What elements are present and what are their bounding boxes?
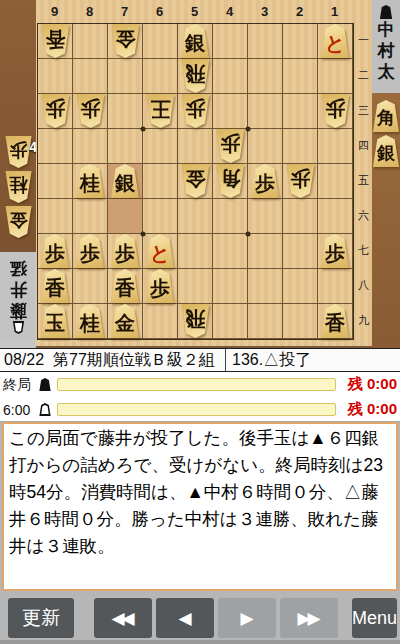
clock-label-sente: 終局 (3, 376, 39, 394)
square-12 (318, 59, 353, 94)
square-51: 銀 (178, 24, 213, 59)
shogi-piece-gote: 歩 (40, 94, 71, 128)
fast-forward-button[interactable]: ▶▶ (280, 598, 338, 638)
square-66 (143, 199, 178, 234)
shogi-piece-gote: 歩 (215, 129, 246, 163)
sente-name-char: 村 (378, 41, 395, 61)
gote-name-char: 藤 (10, 300, 27, 320)
square-75: 銀 (108, 164, 143, 199)
square-28 (283, 269, 318, 304)
shogi-piece-sente: 桂 (75, 164, 106, 198)
square-32 (248, 59, 283, 94)
square-96 (38, 199, 73, 234)
square-54 (178, 129, 213, 164)
square-79: 金 (108, 304, 143, 339)
square-85: 桂 (73, 164, 108, 199)
square-33 (248, 94, 283, 129)
white-piece-icon (39, 403, 51, 416)
shogi-piece-gote: 桂 (4, 171, 33, 203)
gote-name-char: 井 (10, 279, 27, 299)
rewind-button[interactable]: ◀◀ (94, 598, 152, 638)
gote-name-char: 猛 (10, 258, 27, 278)
info-divider (225, 349, 226, 371)
shogi-piece-sente: 香 (40, 269, 71, 303)
square-16 (318, 199, 353, 234)
sente-name-char: 太 (378, 62, 395, 82)
step-back-button[interactable]: ◀ (156, 598, 214, 638)
square-23 (283, 94, 318, 129)
square-68: 歩 (143, 269, 178, 304)
hand-piece-slot: 桂 (0, 171, 36, 203)
shogi-piece-sente: 歩 (40, 234, 71, 268)
square-89: 桂 (73, 304, 108, 339)
square-43 (213, 94, 248, 129)
square-25: 歩 (283, 164, 318, 199)
square-81 (73, 24, 108, 59)
square-87: 歩 (73, 234, 108, 269)
square-58 (178, 269, 213, 304)
square-64 (143, 129, 178, 164)
hand-piece-slot: 銀 (368, 135, 400, 167)
square-24 (283, 129, 318, 164)
square-37 (248, 234, 283, 269)
file-label: 4 (212, 0, 247, 24)
clock-row-gote: 6:00 残 0:00 (0, 397, 400, 422)
square-34 (248, 129, 283, 164)
gote-name-plate: 藤 井 猛 (0, 252, 36, 340)
square-84 (73, 129, 108, 164)
bottom-strip (0, 640, 400, 644)
hand-piece-slot: 金 (0, 206, 36, 238)
info-bar: 08/22 第77期順位戦Ｂ級２組 136.△投了 (0, 348, 400, 372)
black-piece-icon (380, 5, 393, 19)
square-99: 玉 (38, 304, 73, 339)
shogi-piece-gote: 飛 (180, 304, 211, 338)
square-11: と (318, 24, 353, 59)
menu-button[interactable]: Menu (352, 598, 397, 638)
gote-hand-tray: 歩4桂金 (0, 0, 36, 252)
file-label: 9 (37, 0, 72, 24)
square-41 (213, 24, 248, 59)
shogi-piece-sente: 歩 (75, 234, 106, 268)
rank-label: 九 (355, 313, 372, 328)
square-71: 金 (108, 24, 143, 59)
event-label: 第77期順位戦Ｂ級２組 (53, 350, 215, 371)
shogi-piece-sente: 歩 (145, 269, 176, 303)
shogi-piece-gote: 角 (215, 164, 246, 198)
shogi-piece-sente: 歩 (110, 234, 141, 268)
shogi-piece-gote: 飛 (180, 59, 211, 93)
square-61 (143, 24, 178, 59)
file-label: 6 (142, 0, 177, 24)
board-grid: 香金銀と飛歩歩王歩歩歩桂銀金角歩歩歩歩歩と歩香香歩玉桂金飛香 (37, 23, 354, 340)
white-piece-icon (12, 321, 24, 334)
clock-row-sente: 終局 残 0:00 (0, 372, 400, 397)
square-52: 飛 (178, 59, 213, 94)
rank-label: 七 (355, 243, 372, 258)
black-piece-icon (39, 378, 51, 391)
square-74 (108, 129, 143, 164)
square-39 (248, 304, 283, 339)
square-69 (143, 304, 178, 339)
shogi-piece-sente: 銀 (110, 164, 141, 198)
date-label: 08/22 (4, 351, 44, 369)
shogi-piece-sente: 角 (372, 100, 400, 132)
shogi-piece-gote: 王 (145, 94, 176, 128)
square-18 (318, 269, 353, 304)
square-14 (318, 129, 353, 164)
shogi-piece-gote: 金 (110, 24, 141, 58)
file-label: 2 (282, 0, 317, 24)
hand-piece-slot: 歩4 (0, 136, 36, 168)
square-17: 歩 (318, 234, 353, 269)
rank-label: 一 (355, 33, 372, 48)
shogi-piece-sente: 銀 (372, 135, 400, 167)
file-labels: 987654321 (37, 0, 352, 23)
clock-panel: 終局 残 0:00 6:00 残 0:00 (0, 372, 400, 422)
shogi-piece-gote: 歩 (285, 164, 316, 198)
shogi-piece-sente: 銀 (180, 24, 211, 58)
square-62 (143, 59, 178, 94)
sente-name-char: 中 (378, 20, 395, 40)
square-94 (38, 129, 73, 164)
rank-label: 六 (355, 208, 372, 223)
update-button[interactable]: 更新 (8, 598, 74, 638)
shogi-piece-sente: 香 (320, 304, 351, 338)
file-label: 8 (72, 0, 107, 24)
hand-piece-slot: 角 (368, 100, 400, 132)
square-83: 歩 (73, 94, 108, 129)
square-38 (248, 269, 283, 304)
square-73 (108, 94, 143, 129)
square-56 (178, 199, 213, 234)
square-15 (318, 164, 353, 199)
square-42 (213, 59, 248, 94)
square-29 (283, 304, 318, 339)
step-forward-button[interactable]: ▶ (218, 598, 276, 638)
shogi-piece-sente: 金 (110, 304, 141, 338)
square-93: 歩 (38, 94, 73, 129)
remaining-time-gote: 残 0:00 (341, 400, 397, 419)
square-47 (213, 234, 248, 269)
square-57 (178, 234, 213, 269)
shogi-piece-gote: 金 (180, 164, 211, 198)
square-97: 歩 (38, 234, 73, 269)
square-19: 香 (318, 304, 353, 339)
time-bar-sente (57, 378, 336, 391)
square-72 (108, 59, 143, 94)
square-55: 金 (178, 164, 213, 199)
time-bar-gote (57, 403, 336, 416)
shogi-piece-sente: と (145, 234, 176, 268)
commentary-box[interactable]: この局面で藤井が投了した。後手玉は▲６四銀打からの詰めろで、受けがない。終局時刻… (2, 422, 398, 591)
square-59: 飛 (178, 304, 213, 339)
square-21 (283, 24, 318, 59)
square-77: 歩 (108, 234, 143, 269)
file-label: 5 (177, 0, 212, 24)
sente-name-plate: 中 村 太 (372, 0, 400, 93)
square-31 (248, 24, 283, 59)
board-area: 歩4桂金 藤 井 猛 987654321 香金銀と飛歩歩王歩歩歩桂銀金角歩歩歩歩… (0, 0, 400, 348)
shogi-piece-sente: 桂 (75, 304, 106, 338)
shogi-piece-sente: 歩 (250, 164, 281, 198)
rank-label: 八 (355, 278, 372, 293)
square-63: 王 (143, 94, 178, 129)
shogi-piece-gote: 歩 (75, 94, 106, 128)
square-88 (73, 269, 108, 304)
square-82 (73, 59, 108, 94)
square-35: 歩 (248, 164, 283, 199)
move-label: 136.△投了 (232, 350, 311, 371)
sente-hand-tray: 角銀 (372, 93, 400, 348)
file-label: 7 (107, 0, 142, 24)
shogi-piece-sente: と (320, 24, 351, 58)
square-45: 角 (213, 164, 248, 199)
square-26 (283, 199, 318, 234)
square-67: と (143, 234, 178, 269)
square-91: 香 (38, 24, 73, 59)
square-76 (108, 199, 143, 234)
shogi-piece-gote: 香 (40, 24, 71, 58)
shogi-board: 987654321 香金銀と飛歩歩王歩歩歩桂銀金角歩歩歩歩歩と歩香香歩玉桂金飛香… (36, 0, 372, 348)
square-65 (143, 164, 178, 199)
square-78: 香 (108, 269, 143, 304)
square-22 (283, 59, 318, 94)
square-48 (213, 269, 248, 304)
rank-label: 五 (355, 173, 372, 188)
square-86 (73, 199, 108, 234)
file-label: 1 (317, 0, 352, 24)
toolbar: 更新 ◀◀ ◀ ▶ ▶▶ Menu (0, 592, 400, 644)
square-36 (248, 199, 283, 234)
square-44: 歩 (213, 129, 248, 164)
square-27 (283, 234, 318, 269)
rank-labels: 一二三四五六七八九 (355, 23, 372, 338)
rank-label: 二 (355, 68, 372, 83)
square-46 (213, 199, 248, 234)
square-95 (38, 164, 73, 199)
square-98: 香 (38, 269, 73, 304)
shogi-piece-sente: 香 (110, 269, 141, 303)
shogi-piece-gote: 金 (4, 206, 33, 238)
shogi-piece-gote: 歩 (180, 94, 211, 128)
clock-label-gote: 6:00 (3, 402, 39, 418)
shogi-piece-sente: 歩 (320, 234, 351, 268)
square-53: 歩 (178, 94, 213, 129)
square-49 (213, 304, 248, 339)
square-13: 歩 (318, 94, 353, 129)
square-92 (38, 59, 73, 94)
shogi-piece-gote: 歩 (320, 94, 351, 128)
shogi-piece-sente: 玉 (40, 304, 71, 338)
file-label: 3 (247, 0, 282, 24)
remaining-time-sente: 残 0:00 (341, 375, 397, 394)
